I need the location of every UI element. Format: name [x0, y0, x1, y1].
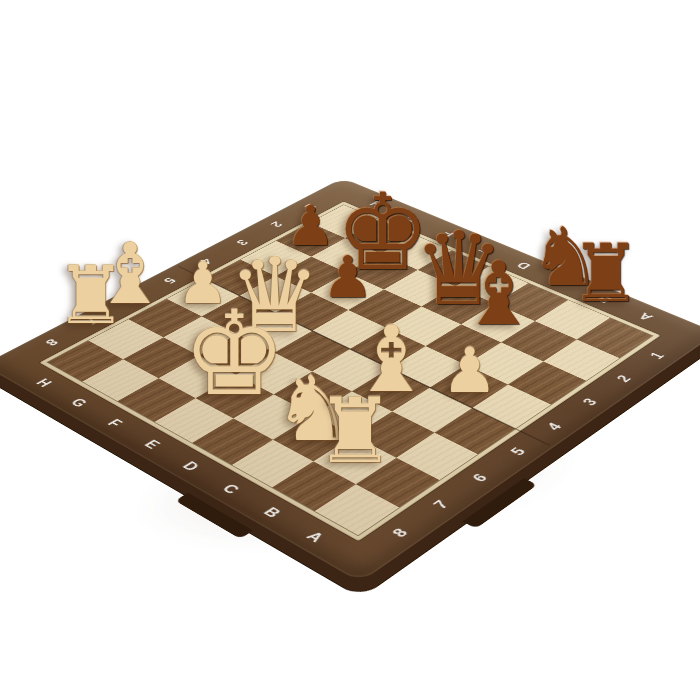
coordinate-label: A — [636, 311, 656, 322]
coordinate-label: F — [439, 229, 456, 238]
square-f7 — [159, 356, 236, 398]
coordinate-label: 2 — [269, 220, 286, 228]
coordinate-label: 1 — [648, 351, 668, 361]
square-b4 — [430, 365, 508, 408]
square-d7 — [234, 394, 313, 439]
square-c8 — [232, 439, 314, 487]
coordinate-label: 3 — [234, 238, 251, 246]
coordinate-label: 7 — [431, 499, 452, 511]
square-a5 — [435, 408, 516, 454]
square-d5 — [312, 349, 389, 391]
square-e6 — [236, 352, 313, 394]
coordinate-label: A — [304, 529, 328, 544]
playing-field — [48, 205, 653, 535]
square-d8 — [192, 418, 273, 465]
coordinate-label: B — [594, 294, 614, 304]
scene: HH11GG22FF33EE44DD55CC66BB77AA88 — [0, 0, 700, 700]
square-g8 — [82, 359, 159, 401]
coordinate-label: H — [368, 199, 386, 208]
coordinate-label: 6 — [470, 472, 491, 484]
square-e8 — [154, 398, 233, 443]
coordinate-label: E — [142, 438, 164, 451]
coordinate-label: 2 — [614, 374, 634, 384]
coordinate-label: 6 — [123, 296, 140, 305]
coordinate-label: D — [180, 460, 203, 473]
product-photo: HH11GG22FF33EE44DD55CC66BB77AA88 ♜♜♞♚♝♝♛… — [0, 0, 700, 700]
square-b8 — [272, 461, 356, 511]
square-d6 — [274, 371, 352, 414]
square-f8 — [118, 378, 196, 422]
coordinate-label: 8 — [43, 337, 61, 347]
coordinate-label: 8 — [390, 527, 412, 540]
square-b3 — [466, 342, 543, 384]
square-a6 — [396, 432, 478, 480]
coordinate-label: 4 — [198, 257, 215, 265]
coordinate-label: 1 — [302, 203, 319, 211]
square-c6 — [313, 391, 392, 436]
square-b6 — [354, 411, 435, 457]
coordinate-label: C — [220, 482, 243, 496]
coordinate-label: 3 — [580, 397, 600, 408]
coordinate-label: B — [261, 505, 284, 519]
coordinate-label: G — [402, 214, 421, 223]
coordinate-label: 4 — [545, 421, 566, 432]
coordinate-label: E — [476, 244, 494, 253]
chess-board: HH11GG22FF33EE44DD55CC66BB77AA88 — [0, 178, 700, 582]
square-e7 — [196, 375, 274, 419]
coordinate-label: D — [514, 260, 533, 270]
coordinate-label: G — [68, 396, 90, 408]
square-a8 — [314, 484, 399, 535]
square-c5 — [352, 368, 430, 411]
square-a3 — [508, 361, 586, 404]
square-c7 — [273, 415, 354, 461]
square-b7 — [314, 436, 396, 484]
square-a4 — [472, 384, 551, 429]
coordinate-label: H — [34, 377, 55, 389]
coordinate-label: 7 — [84, 316, 102, 325]
board-frame: HH11GG22FF33EE44DD55CC66BB77AA88 — [0, 178, 700, 582]
coordinate-label: C — [554, 277, 573, 287]
square-a7 — [356, 458, 440, 508]
square-b5 — [392, 388, 471, 433]
coordinate-label: 5 — [161, 276, 178, 285]
coordinate-label: 5 — [508, 446, 529, 458]
coordinate-label: F — [105, 417, 126, 429]
square-a2 — [543, 339, 620, 381]
square-c4 — [389, 346, 466, 388]
